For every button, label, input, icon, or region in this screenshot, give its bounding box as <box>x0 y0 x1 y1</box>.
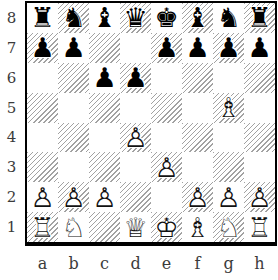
square-a5[interactable] <box>27 93 58 123</box>
square-g3[interactable] <box>213 152 244 182</box>
black-pawn-icon: ♟ <box>120 63 151 93</box>
white-pawn-fill: ♟ <box>244 182 275 212</box>
square-c5[interactable] <box>89 93 120 123</box>
square-d3[interactable] <box>120 152 151 182</box>
white-queen-fill: ♛ <box>120 212 151 242</box>
white-knight-fill: ♞ <box>58 212 89 242</box>
rank-label-4: 4 <box>0 123 23 153</box>
black-pawn-icon: ♟ <box>58 33 89 63</box>
square-e2[interactable] <box>151 182 182 212</box>
square-h6[interactable] <box>244 63 275 93</box>
square-f1[interactable]: ♝♗ <box>182 212 213 242</box>
white-king-icon: ♔ <box>151 212 182 242</box>
square-e7[interactable]: ♟ <box>151 33 182 63</box>
white-pawn-fill: ♟ <box>27 182 58 212</box>
square-b4[interactable] <box>58 123 89 153</box>
file-label-g: g <box>213 249 244 277</box>
white-rook-fill: ♜ <box>244 212 275 242</box>
square-f6[interactable] <box>182 63 213 93</box>
square-d2[interactable] <box>120 182 151 212</box>
file-label-f: f <box>182 249 213 277</box>
square-f5[interactable] <box>182 93 213 123</box>
square-d5[interactable] <box>120 93 151 123</box>
white-pawn-fill: ♟ <box>151 152 182 182</box>
file-labels: a b c d e f g h <box>27 249 275 277</box>
white-pawn-fill: ♟ <box>182 182 213 212</box>
black-pawn-icon: ♟ <box>151 33 182 63</box>
white-knight-fill: ♞ <box>213 212 244 242</box>
black-bishop-icon: ♝ <box>89 3 120 33</box>
white-queen-icon: ♕ <box>120 212 151 242</box>
square-h2[interactable]: ♟♙ <box>244 182 275 212</box>
square-g6[interactable] <box>213 63 244 93</box>
rank-label-6: 6 <box>0 63 23 93</box>
white-bishop-fill: ♝ <box>213 93 244 123</box>
square-b2[interactable]: ♟♙ <box>58 182 89 212</box>
square-b3[interactable] <box>58 152 89 182</box>
square-d1[interactable]: ♛♕ <box>120 212 151 242</box>
square-a8[interactable]: ♜ <box>27 3 58 33</box>
rank-label-1: 1 <box>0 212 23 242</box>
white-pawn-fill: ♟ <box>120 123 151 153</box>
square-a6[interactable] <box>27 63 58 93</box>
square-f3[interactable] <box>182 152 213 182</box>
rank-label-2: 2 <box>0 182 23 212</box>
black-queen-icon: ♛ <box>120 3 151 33</box>
white-king-fill: ♚ <box>151 212 182 242</box>
black-bishop-icon: ♝ <box>182 3 213 33</box>
white-pawn-icon: ♙ <box>244 182 275 212</box>
chess-diagram: 8 7 6 5 4 3 2 1 ♜♞♝♛♚♝♞♜♟♟♟♟♟♟♟♟♝♗♟♙♟♙♟♙… <box>0 0 278 280</box>
file-label-b: b <box>58 249 89 277</box>
square-e8[interactable]: ♚ <box>151 3 182 33</box>
white-pawn-icon: ♙ <box>151 152 182 182</box>
white-bishop-icon: ♗ <box>213 93 244 123</box>
black-rook-icon: ♜ <box>27 3 58 33</box>
rank-label-3: 3 <box>0 152 23 182</box>
square-h3[interactable] <box>244 152 275 182</box>
square-c8[interactable]: ♝ <box>89 3 120 33</box>
square-d6[interactable]: ♟ <box>120 63 151 93</box>
file-label-a: a <box>27 249 58 277</box>
square-h8[interactable]: ♜ <box>244 3 275 33</box>
white-knight-icon: ♘ <box>58 212 89 242</box>
square-c6[interactable]: ♟ <box>89 63 120 93</box>
file-label-h: h <box>244 249 275 277</box>
square-a3[interactable] <box>27 152 58 182</box>
square-a1[interactable]: ♜♖ <box>27 212 58 242</box>
black-pawn-icon: ♟ <box>182 33 213 63</box>
white-pawn-icon: ♙ <box>58 182 89 212</box>
white-bishop-icon: ♗ <box>182 212 213 242</box>
file-label-d: d <box>120 249 151 277</box>
square-g5[interactable]: ♝♗ <box>213 93 244 123</box>
square-a2[interactable]: ♟♙ <box>27 182 58 212</box>
board-frame: ♜♞♝♛♚♝♞♜♟♟♟♟♟♟♟♟♝♗♟♙♟♙♟♙♟♙♟♙♟♙♟♙♟♙♜♖♞♘♛♕… <box>25 1 277 246</box>
square-d4[interactable]: ♟♙ <box>120 123 151 153</box>
square-e6[interactable] <box>151 63 182 93</box>
black-pawn-icon: ♟ <box>213 33 244 63</box>
white-pawn-icon: ♙ <box>89 182 120 212</box>
rank-label-7: 7 <box>0 33 23 63</box>
square-h5[interactable] <box>244 93 275 123</box>
square-h4[interactable] <box>244 123 275 153</box>
square-g8[interactable]: ♞ <box>213 3 244 33</box>
square-g4[interactable] <box>213 123 244 153</box>
square-b1[interactable]: ♞♘ <box>58 212 89 242</box>
white-pawn-icon: ♙ <box>182 182 213 212</box>
square-e5[interactable] <box>151 93 182 123</box>
white-rook-icon: ♖ <box>27 212 58 242</box>
white-pawn-icon: ♙ <box>27 182 58 212</box>
rank-label-5: 5 <box>0 93 23 123</box>
square-b7[interactable]: ♟ <box>58 33 89 63</box>
black-pawn-icon: ♟ <box>89 63 120 93</box>
square-d8[interactable]: ♛ <box>120 3 151 33</box>
white-rook-fill: ♜ <box>27 212 58 242</box>
square-g2[interactable]: ♟♙ <box>213 182 244 212</box>
white-rook-icon: ♖ <box>244 212 275 242</box>
square-a7[interactable]: ♟ <box>27 33 58 63</box>
white-knight-icon: ♘ <box>213 212 244 242</box>
square-f2[interactable]: ♟♙ <box>182 182 213 212</box>
white-pawn-icon: ♙ <box>120 123 151 153</box>
black-knight-icon: ♞ <box>58 3 89 33</box>
square-f7[interactable]: ♟ <box>182 33 213 63</box>
square-g7[interactable]: ♟ <box>213 33 244 63</box>
square-h1[interactable]: ♜♖ <box>244 212 275 242</box>
white-pawn-fill: ♟ <box>89 182 120 212</box>
square-c1[interactable] <box>89 212 120 242</box>
black-pawn-icon: ♟ <box>27 33 58 63</box>
board-grid: ♜♞♝♛♚♝♞♜♟♟♟♟♟♟♟♟♝♗♟♙♟♙♟♙♟♙♟♙♟♙♟♙♟♙♜♖♞♘♛♕… <box>27 3 275 242</box>
black-pawn-icon: ♟ <box>244 33 275 63</box>
black-king-icon: ♚ <box>151 3 182 33</box>
white-pawn-fill: ♟ <box>58 182 89 212</box>
square-g1[interactable]: ♞♘ <box>213 212 244 242</box>
white-bishop-fill: ♝ <box>182 212 213 242</box>
square-c4[interactable] <box>89 123 120 153</box>
file-label-c: c <box>89 249 120 277</box>
square-d7[interactable] <box>120 33 151 63</box>
white-pawn-icon: ♙ <box>213 182 244 212</box>
black-knight-icon: ♞ <box>213 3 244 33</box>
square-c7[interactable] <box>89 33 120 63</box>
square-c2[interactable]: ♟♙ <box>89 182 120 212</box>
rank-labels: 8 7 6 5 4 3 2 1 <box>0 3 23 242</box>
square-e4[interactable] <box>151 123 182 153</box>
square-c3[interactable] <box>89 152 120 182</box>
black-rook-icon: ♜ <box>244 3 275 33</box>
square-b5[interactable] <box>58 93 89 123</box>
rank-label-8: 8 <box>0 3 23 33</box>
square-b8[interactable]: ♞ <box>58 3 89 33</box>
square-h7[interactable]: ♟ <box>244 33 275 63</box>
square-e1[interactable]: ♚♔ <box>151 212 182 242</box>
square-f8[interactable]: ♝ <box>182 3 213 33</box>
square-e3[interactable]: ♟♙ <box>151 152 182 182</box>
square-f4[interactable] <box>182 123 213 153</box>
white-pawn-fill: ♟ <box>213 182 244 212</box>
square-b6[interactable] <box>58 63 89 93</box>
file-label-e: e <box>151 249 182 277</box>
square-a4[interactable] <box>27 123 58 153</box>
